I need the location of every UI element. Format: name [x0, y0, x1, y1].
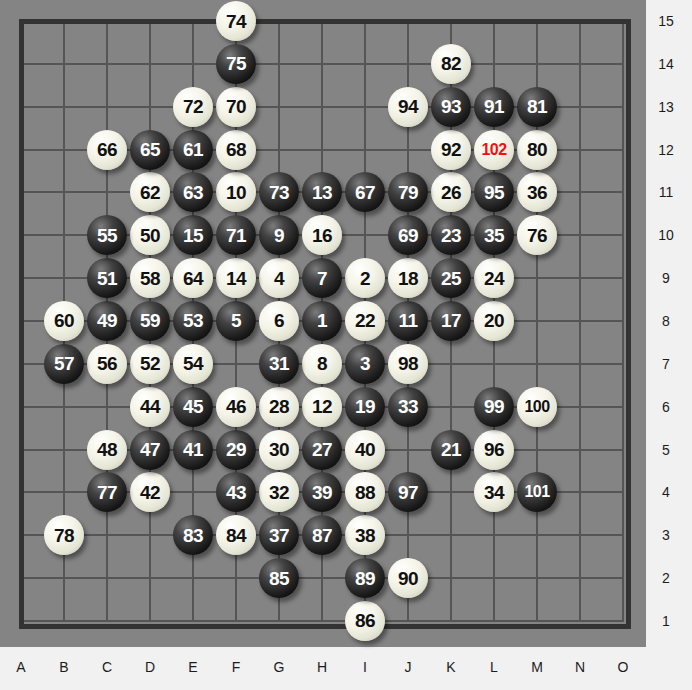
stone-25-K9[interactable]: 25: [431, 258, 471, 298]
row-label-15: 15: [651, 13, 681, 29]
stone-71-F10[interactable]: 71: [216, 215, 256, 255]
column-label-A: A: [6, 659, 36, 675]
stone-30-G5[interactable]: 30: [259, 430, 299, 470]
move-number: 94: [398, 97, 418, 116]
row-label-14: 14: [651, 56, 681, 72]
stone-93-K13[interactable]: 93: [431, 87, 471, 127]
stone-75-F14[interactable]: 75: [216, 44, 256, 84]
move-number: 62: [140, 183, 160, 202]
stone-35-L10[interactable]: 35: [474, 215, 514, 255]
move-number: 51: [97, 269, 117, 288]
move-number: 53: [183, 311, 203, 330]
move-number: 26: [441, 183, 461, 202]
row-label-12: 12: [651, 142, 681, 158]
move-number: 6: [274, 311, 284, 330]
row-label-6: 6: [651, 399, 681, 415]
move-number: 9: [274, 226, 284, 245]
stone-81-M13[interactable]: 81: [517, 87, 557, 127]
move-number: 48: [97, 440, 117, 459]
stone-65-D12[interactable]: 65: [130, 130, 170, 170]
stone-1-H8[interactable]: 1: [302, 301, 342, 341]
stone-46-F6[interactable]: 46: [216, 387, 256, 427]
move-number: 49: [97, 311, 117, 330]
move-number: 18: [398, 269, 418, 288]
move-number: 41: [183, 440, 203, 459]
column-label-H: H: [307, 659, 337, 675]
stone-19-I6[interactable]: 19: [345, 387, 385, 427]
stone-52-D7[interactable]: 52: [130, 344, 170, 384]
move-number: 32: [269, 483, 289, 502]
move-number: 102: [481, 142, 506, 158]
move-number: 98: [398, 354, 418, 373]
move-number: 56: [97, 354, 117, 373]
move-number: 1: [317, 311, 327, 330]
column-label-N: N: [565, 659, 595, 675]
stone-83-E3[interactable]: 83: [173, 515, 213, 555]
stone-85-G2[interactable]: 85: [259, 558, 299, 598]
move-number: 83: [183, 526, 203, 545]
move-number: 86: [355, 611, 375, 630]
move-number: 50: [140, 226, 160, 245]
stone-37-G3[interactable]: 37: [259, 515, 299, 555]
stone-98-J7[interactable]: 98: [388, 344, 428, 384]
move-number: 80: [527, 140, 547, 159]
stone-84-F3[interactable]: 84: [216, 515, 256, 555]
move-number: 10: [226, 183, 246, 202]
column-label-O: O: [608, 659, 638, 675]
move-number: 3: [360, 354, 370, 373]
stone-44-D6[interactable]: 44: [130, 387, 170, 427]
move-number: 11: [398, 311, 417, 330]
stone-89-I2[interactable]: 89: [345, 558, 385, 598]
move-number: 60: [54, 311, 74, 330]
stone-53-E8[interactable]: 53: [173, 301, 213, 341]
go-game-record-viewer: 1234567891011121314151617181920212223242…: [0, 0, 692, 690]
move-number: 21: [441, 440, 461, 459]
stone-11-J8[interactable]: 11: [388, 301, 428, 341]
move-number: 22: [355, 311, 375, 330]
stone-4-G9[interactable]: 4: [259, 258, 299, 298]
move-number: 47: [140, 440, 160, 459]
move-number: 75: [226, 54, 246, 73]
move-number: 8: [317, 354, 327, 373]
stone-58-D9[interactable]: 58: [130, 258, 170, 298]
move-number: 74: [226, 12, 246, 31]
move-number: 37: [269, 526, 289, 545]
move-number: 14: [226, 269, 246, 288]
stone-102-L12[interactable]: 102: [474, 130, 514, 170]
move-number: 64: [183, 269, 203, 288]
move-number: 34: [484, 483, 504, 502]
column-label-J: J: [393, 659, 423, 675]
move-number: 76: [527, 226, 547, 245]
move-number: 85: [269, 569, 289, 588]
stone-91-L13[interactable]: 91: [474, 87, 514, 127]
stone-55-C10[interactable]: 55: [87, 215, 127, 255]
stone-57-B7[interactable]: 57: [44, 344, 84, 384]
move-number: 78: [54, 526, 74, 545]
stone-50-D10[interactable]: 50: [130, 215, 170, 255]
column-label-C: C: [92, 659, 122, 675]
move-number: 71: [226, 226, 246, 245]
stone-29-F5[interactable]: 29: [216, 430, 256, 470]
stone-8-H7[interactable]: 8: [302, 344, 342, 384]
stone-76-M10[interactable]: 76: [517, 215, 557, 255]
row-label-2: 2: [651, 570, 681, 586]
stone-24-L9[interactable]: 24: [474, 258, 514, 298]
move-number: 61: [183, 140, 203, 159]
stone-23-K10[interactable]: 23: [431, 215, 471, 255]
stone-86-I1[interactable]: 86: [345, 601, 385, 641]
move-number: 39: [312, 483, 332, 502]
row-label-11: 11: [651, 184, 681, 200]
stone-90-J2[interactable]: 90: [388, 558, 428, 598]
move-number: 81: [527, 97, 547, 116]
move-number: 15: [183, 226, 203, 245]
move-number: 77: [97, 483, 117, 502]
stone-82-K14[interactable]: 82: [431, 44, 471, 84]
column-label-B: B: [49, 659, 79, 675]
move-number: 91: [484, 97, 504, 116]
move-number: 93: [441, 97, 461, 116]
move-number: 7: [317, 269, 327, 288]
stone-41-E5[interactable]: 41: [173, 430, 213, 470]
move-number: 82: [441, 54, 461, 73]
column-label-K: K: [436, 659, 466, 675]
column-label-E: E: [178, 659, 208, 675]
stone-92-K12[interactable]: 92: [431, 130, 471, 170]
move-number: 17: [441, 311, 461, 330]
stone-99-L6[interactable]: 99: [474, 387, 514, 427]
move-number: 36: [527, 183, 547, 202]
move-number: 63: [183, 183, 203, 202]
move-number: 54: [183, 354, 203, 373]
move-number: 72: [183, 97, 203, 116]
move-number: 33: [398, 397, 418, 416]
stone-15-E10[interactable]: 15: [173, 215, 213, 255]
stone-56-C7[interactable]: 56: [87, 344, 127, 384]
move-number: 40: [355, 440, 375, 459]
stone-60-B8[interactable]: 60: [44, 301, 84, 341]
move-number: 5: [231, 311, 241, 330]
move-number: 23: [441, 226, 461, 245]
go-board: 1234567891011121314151617181920212223242…: [0, 0, 646, 647]
move-number: 19: [355, 397, 375, 416]
column-label-G: G: [264, 659, 294, 675]
row-label-1: 1: [651, 613, 681, 629]
stone-47-D5[interactable]: 47: [130, 430, 170, 470]
move-number: 97: [398, 483, 418, 502]
move-number: 88: [355, 483, 375, 502]
stone-12-H6[interactable]: 12: [302, 387, 342, 427]
move-number: 84: [226, 526, 246, 545]
move-number: 65: [140, 140, 160, 159]
move-number: 59: [140, 311, 160, 330]
stone-100-M6[interactable]: 100: [517, 387, 557, 427]
row-label-5: 5: [651, 442, 681, 458]
column-label-F: F: [221, 659, 251, 675]
stone-64-E9[interactable]: 64: [173, 258, 213, 298]
move-number: 28: [269, 397, 289, 416]
move-number: 4: [274, 269, 284, 288]
move-number: 38: [355, 526, 375, 545]
move-number: 31: [269, 354, 289, 373]
move-number: 79: [398, 183, 418, 202]
move-number: 90: [398, 569, 418, 588]
stone-66-C12[interactable]: 66: [87, 130, 127, 170]
stone-54-E7[interactable]: 54: [173, 344, 213, 384]
move-number: 58: [140, 269, 160, 288]
stone-61-E12[interactable]: 61: [173, 130, 213, 170]
stone-40-I5[interactable]: 40: [345, 430, 385, 470]
move-number: 25: [441, 269, 461, 288]
move-number: 30: [269, 440, 289, 459]
move-number: 57: [54, 354, 74, 373]
row-label-8: 8: [651, 313, 681, 329]
column-label-M: M: [522, 659, 552, 675]
stone-33-J6[interactable]: 33: [388, 387, 428, 427]
stone-3-I7[interactable]: 3: [345, 344, 385, 384]
stone-31-G7[interactable]: 31: [259, 344, 299, 384]
move-number: 43: [226, 483, 246, 502]
stone-28-G6[interactable]: 28: [259, 387, 299, 427]
move-number: 44: [140, 397, 160, 416]
stone-48-C5[interactable]: 48: [87, 430, 127, 470]
move-number: 87: [312, 526, 332, 545]
move-number: 55: [97, 226, 117, 245]
move-number: 70: [226, 97, 246, 116]
move-number: 73: [269, 183, 289, 202]
move-number: 67: [355, 183, 375, 202]
move-number: 100: [524, 399, 549, 415]
move-number: 16: [312, 226, 332, 245]
stone-59-D8[interactable]: 59: [130, 301, 170, 341]
stone-69-J10[interactable]: 69: [388, 215, 428, 255]
row-label-10: 10: [651, 227, 681, 243]
stone-87-H3[interactable]: 87: [302, 515, 342, 555]
stone-7-H9[interactable]: 7: [302, 258, 342, 298]
stone-21-K5[interactable]: 21: [431, 430, 471, 470]
stone-74-F15[interactable]: 74: [216, 1, 256, 41]
stone-51-C9[interactable]: 51: [87, 258, 127, 298]
move-number: 2: [360, 269, 370, 288]
move-number: 46: [226, 397, 246, 416]
stone-20-L8[interactable]: 20: [474, 301, 514, 341]
stone-22-I8[interactable]: 22: [345, 301, 385, 341]
move-number: 45: [183, 397, 203, 416]
move-number: 20: [484, 311, 504, 330]
row-label-3: 3: [651, 527, 681, 543]
stone-27-H5[interactable]: 27: [302, 430, 342, 470]
stone-17-K8[interactable]: 17: [431, 301, 471, 341]
move-number: 95: [484, 183, 504, 202]
stone-16-H10[interactable]: 16: [302, 215, 342, 255]
move-number: 24: [484, 269, 504, 288]
move-number: 13: [312, 183, 332, 202]
stone-45-E6[interactable]: 45: [173, 387, 213, 427]
move-number: 92: [441, 140, 461, 159]
stone-78-B3[interactable]: 78: [44, 515, 84, 555]
stone-2-I9[interactable]: 2: [345, 258, 385, 298]
row-label-9: 9: [651, 270, 681, 286]
move-number: 27: [312, 440, 332, 459]
move-number: 96: [484, 440, 504, 459]
row-label-13: 13: [651, 99, 681, 115]
move-number: 12: [312, 397, 332, 416]
move-number: 89: [355, 569, 375, 588]
stone-94-J13[interactable]: 94: [388, 87, 428, 127]
move-number: 101: [524, 484, 549, 500]
stone-38-I3[interactable]: 38: [345, 515, 385, 555]
move-number: 52: [140, 354, 160, 373]
column-label-L: L: [479, 659, 509, 675]
stone-18-J9[interactable]: 18: [388, 258, 428, 298]
stone-5-F8[interactable]: 5: [216, 301, 256, 341]
move-number: 99: [484, 397, 504, 416]
move-number: 66: [97, 140, 117, 159]
move-number: 29: [226, 440, 246, 459]
move-number: 69: [398, 226, 418, 245]
move-number: 68: [226, 140, 246, 159]
stone-96-L5[interactable]: 96: [474, 430, 514, 470]
stone-6-G8[interactable]: 6: [259, 301, 299, 341]
stone-70-F13[interactable]: 70: [216, 87, 256, 127]
stone-9-G10[interactable]: 9: [259, 215, 299, 255]
column-label-I: I: [350, 659, 380, 675]
row-label-7: 7: [651, 356, 681, 372]
stone-14-F9[interactable]: 14: [216, 258, 256, 298]
stone-72-E13[interactable]: 72: [173, 87, 213, 127]
stone-80-M12[interactable]: 80: [517, 130, 557, 170]
stone-49-C8[interactable]: 49: [87, 301, 127, 341]
move-number: 35: [484, 226, 504, 245]
row-label-4: 4: [651, 484, 681, 500]
move-number: 42: [140, 483, 160, 502]
stone-68-F12[interactable]: 68: [216, 130, 256, 170]
column-label-D: D: [135, 659, 165, 675]
